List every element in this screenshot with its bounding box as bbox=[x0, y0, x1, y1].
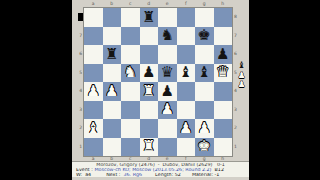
square-f5: ♝ bbox=[177, 64, 196, 83]
rank-label-left-6: 6 bbox=[74, 45, 82, 64]
piece-white-king-g1: ♚ bbox=[198, 139, 211, 154]
viewer-window: abcdefgh abcdefgh 87654321 87654321 ♜♞♚♜… bbox=[72, 0, 249, 180]
file-label-top-h: h bbox=[214, 1, 233, 7]
square-h6: ♟ bbox=[214, 45, 233, 64]
piece-white-queen-h5: ♛ bbox=[216, 65, 229, 80]
square-b5 bbox=[103, 64, 122, 83]
square-g8 bbox=[195, 8, 214, 27]
file-label-top-a: a bbox=[84, 1, 103, 7]
square-h5: ♛ bbox=[214, 64, 233, 83]
square-a5 bbox=[84, 64, 103, 83]
square-d5: ♟ bbox=[140, 64, 159, 83]
square-d8: ♜ bbox=[140, 8, 159, 27]
square-f8 bbox=[177, 8, 196, 27]
square-g7: ♚ bbox=[195, 27, 214, 46]
status-line: W: a4Next : 36. Rg6Length: 52Material: -… bbox=[72, 173, 249, 178]
file-label-top-c: c bbox=[121, 1, 140, 7]
last-move-value: a4 bbox=[85, 173, 91, 177]
square-h3 bbox=[214, 101, 233, 120]
square-e8 bbox=[158, 8, 177, 27]
rank-label-right-2: 2 bbox=[234, 119, 242, 138]
square-d1: ♜ bbox=[140, 138, 159, 157]
event-label: Event : bbox=[76, 168, 94, 173]
piece-white-pawn-b4: ♟ bbox=[105, 83, 118, 98]
captured-white-pawn: ♟ bbox=[237, 80, 245, 90]
rank-label-left-5: 5 bbox=[74, 64, 82, 83]
square-g1: ♚ bbox=[195, 138, 214, 157]
square-a2: ♝ bbox=[84, 119, 103, 138]
piece-black-pawn-d5: ♟ bbox=[142, 65, 155, 80]
square-h1 bbox=[214, 138, 233, 157]
piece-white-pawn-a4: ♟ bbox=[87, 83, 100, 98]
piece-white-bishop-a2: ♝ bbox=[87, 120, 100, 135]
square-a3 bbox=[84, 101, 103, 120]
square-h8 bbox=[214, 8, 233, 27]
next-move-value: 36. Rg6 bbox=[124, 173, 143, 177]
square-h2 bbox=[214, 119, 233, 138]
file-label-top-e: e bbox=[158, 1, 177, 7]
square-e3: ♟ bbox=[158, 101, 177, 120]
piece-black-rook-d8: ♜ bbox=[142, 9, 155, 24]
rank-label-left-4: 4 bbox=[74, 82, 82, 101]
square-h7 bbox=[214, 27, 233, 46]
event-line: Event : Moscow-ch KO; Moscow (2013.05.26… bbox=[72, 168, 249, 173]
square-a1 bbox=[84, 138, 103, 157]
players-line: Morozov, Grigory (2476) - Dubov, Daniil … bbox=[72, 163, 249, 168]
piece-white-pawn-f2: ♟ bbox=[179, 120, 192, 135]
file-label-top-b: b bbox=[103, 1, 122, 7]
rank-label-left-2: 2 bbox=[74, 119, 82, 138]
square-d7 bbox=[140, 27, 159, 46]
square-g4 bbox=[195, 82, 214, 101]
rank-label-left-1: 1 bbox=[74, 138, 82, 157]
square-e1 bbox=[158, 138, 177, 157]
square-f1 bbox=[177, 138, 196, 157]
rank-label-right-8: 8 bbox=[234, 8, 242, 27]
piece-black-pawn-e4: ♟ bbox=[161, 83, 174, 98]
event-value: Moscow-ch KO; Moscow (2013.05.26; Round … bbox=[94, 168, 211, 173]
piece-white-rook-d4: ♜ bbox=[142, 83, 155, 98]
piece-white-pawn-e3: ♟ bbox=[161, 102, 174, 117]
piece-white-rook-d1: ♜ bbox=[142, 139, 155, 154]
square-d6 bbox=[140, 45, 159, 64]
piece-black-pawn-h6: ♟ bbox=[216, 46, 229, 61]
next-move-label: Next : bbox=[106, 173, 123, 177]
square-c5: ♞ bbox=[121, 64, 140, 83]
square-e2 bbox=[158, 119, 177, 138]
square-c1 bbox=[121, 138, 140, 157]
last-move-label: W: bbox=[76, 173, 85, 177]
square-d2 bbox=[140, 119, 159, 138]
square-g2: ♟ bbox=[195, 119, 214, 138]
length: Length: 52 bbox=[155, 173, 181, 178]
piece-white-knight-c5: ♞ bbox=[124, 65, 137, 80]
piece-black-knight-e7: ♞ bbox=[161, 28, 174, 43]
file-labels-top: abcdefgh bbox=[84, 1, 232, 7]
square-g6 bbox=[195, 45, 214, 64]
length-value: 52 bbox=[175, 173, 181, 177]
file-label-top-d: d bbox=[140, 1, 159, 7]
square-b1 bbox=[103, 138, 122, 157]
square-a6 bbox=[84, 45, 103, 64]
square-c2 bbox=[121, 119, 140, 138]
material-label: Material: bbox=[192, 173, 215, 177]
square-c7 bbox=[121, 27, 140, 46]
captured-pieces-tray: ♝♟♟ bbox=[235, 61, 248, 90]
eco-code: B12 bbox=[212, 168, 224, 173]
square-f3 bbox=[177, 101, 196, 120]
square-d4: ♜ bbox=[140, 82, 159, 101]
rank-label-right-7: 7 bbox=[234, 27, 242, 46]
square-e5: ♛ bbox=[158, 64, 177, 83]
square-h4 bbox=[214, 82, 233, 101]
material-value: -1 bbox=[215, 173, 220, 177]
rank-label-right-1: 1 bbox=[234, 138, 242, 157]
black-to-move-indicator bbox=[78, 13, 83, 21]
board: ♜♞♚♜♟♞♟♛♝♝♛♟♟♜♟♟♝♟♟♜♚ bbox=[84, 8, 232, 156]
square-e7: ♞ bbox=[158, 27, 177, 46]
piece-black-bishop-f5: ♝ bbox=[179, 65, 192, 80]
square-b6: ♜ bbox=[103, 45, 122, 64]
square-b7 bbox=[103, 27, 122, 46]
square-b2 bbox=[103, 119, 122, 138]
rank-labels-left: 87654321 bbox=[74, 8, 82, 156]
piece-black-queen-e5: ♛ bbox=[161, 65, 174, 80]
file-label-top-f: f bbox=[177, 1, 196, 7]
rank-label-left-3: 3 bbox=[74, 101, 82, 120]
piece-black-rook-b6: ♜ bbox=[105, 46, 118, 61]
square-f2: ♟ bbox=[177, 119, 196, 138]
square-b4: ♟ bbox=[103, 82, 122, 101]
square-a8 bbox=[84, 8, 103, 27]
last-move: W: a4 bbox=[76, 173, 91, 178]
length-label: Length: bbox=[155, 173, 175, 177]
next-move: Next : 36. Rg6 bbox=[106, 173, 142, 178]
square-f7 bbox=[177, 27, 196, 46]
square-e4: ♟ bbox=[158, 82, 177, 101]
square-b3 bbox=[103, 101, 122, 120]
rank-label-left-7: 7 bbox=[74, 27, 82, 46]
material: Material: -1 bbox=[192, 173, 219, 178]
square-a4: ♟ bbox=[84, 82, 103, 101]
square-d3 bbox=[140, 101, 159, 120]
file-label-top-g: g bbox=[195, 1, 214, 7]
square-a7 bbox=[84, 27, 103, 46]
piece-white-pawn-g2: ♟ bbox=[198, 120, 211, 135]
game-info-panel: Morozov, Grigory (2476) - Dubov, Daniil … bbox=[72, 161, 249, 177]
square-c4 bbox=[121, 82, 140, 101]
square-f6 bbox=[177, 45, 196, 64]
square-c6 bbox=[121, 45, 140, 64]
square-b8 bbox=[103, 8, 122, 27]
square-g3 bbox=[195, 101, 214, 120]
square-g5: ♝ bbox=[195, 64, 214, 83]
piece-black-bishop-g5: ♝ bbox=[198, 65, 211, 80]
rank-label-right-3: 3 bbox=[234, 101, 242, 120]
square-e6 bbox=[158, 45, 177, 64]
square-c8 bbox=[121, 8, 140, 27]
square-f4 bbox=[177, 82, 196, 101]
square-c3 bbox=[121, 101, 140, 120]
piece-black-king-g7: ♚ bbox=[198, 28, 211, 43]
